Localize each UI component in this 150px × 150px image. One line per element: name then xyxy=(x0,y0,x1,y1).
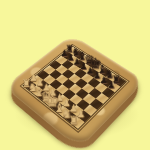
black-pawn-piece[interactable]: ♟ xyxy=(100,81,121,90)
square-h1[interactable]: ♜ xyxy=(71,117,85,129)
white-rook-piece[interactable]: ♜ xyxy=(63,114,86,126)
board-tray: ♜♞♝♛♚♝♞♜♟♟♟♟♟♟♟♟♟♟♟♟♟♟♟♟♜♞♝♛♚♝♞♜ xyxy=(4,34,145,149)
chess-set-photo: ♜♞♝♛♚♝♞♜♟♟♟♟♟♟♟♟♟♟♟♟♟♟♟♟♜♞♝♛♚♝♞♜ xyxy=(0,0,150,150)
